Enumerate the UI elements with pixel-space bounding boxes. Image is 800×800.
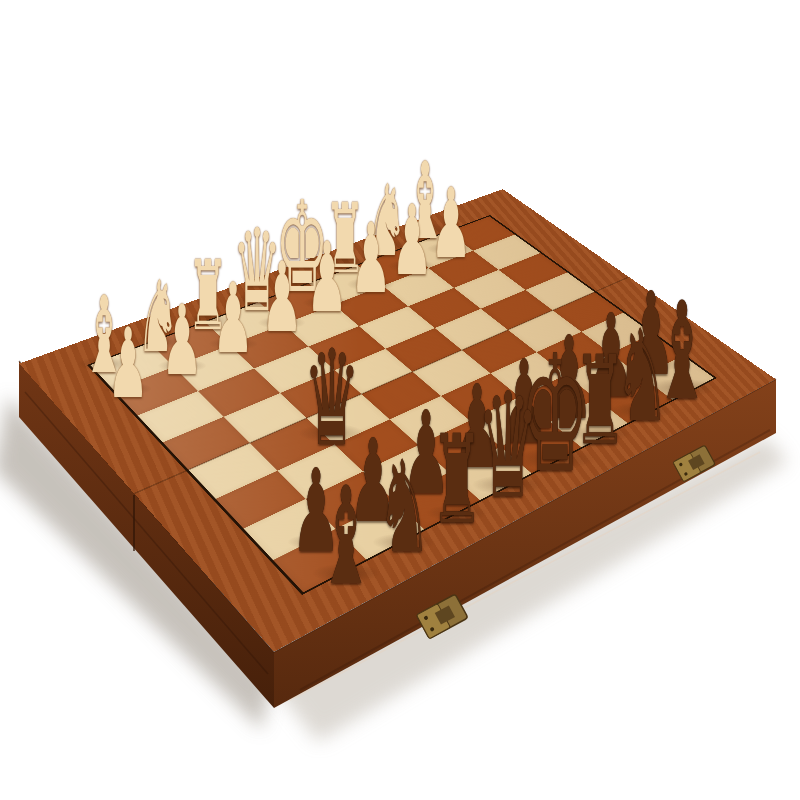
pieces-layer: ♝♞♜♛♚♜♞♝♟♟♟♟♟♟♟♟♛♟♟♟♟♟♟♟♟♝♞♜♛♚♜♞♝ bbox=[0, 0, 800, 800]
piece-light-pawn: ♟ bbox=[350, 210, 392, 307]
piece-dark-rook: ♜ bbox=[431, 419, 484, 541]
piece-light-pawn: ♟ bbox=[261, 249, 303, 346]
piece-dark-queen: ♛ bbox=[476, 373, 538, 518]
piece-light-pawn: ♟ bbox=[430, 175, 472, 272]
piece-light-pawn: ♟ bbox=[307, 229, 349, 326]
piece-dark-knight: ♞ bbox=[376, 444, 431, 571]
piece-light-pawn: ♟ bbox=[161, 292, 203, 389]
piece-light-pawn: ♟ bbox=[212, 270, 254, 367]
piece-dark-bishop: ♝ bbox=[317, 469, 375, 604]
product-photo-scene: ♝♞♜♛♚♜♞♝♟♟♟♟♟♟♟♟♛♟♟♟♟♟♟♟♟♝♞♜♛♚♜♞♝ bbox=[0, 0, 800, 800]
piece-light-pawn: ♟ bbox=[391, 192, 433, 289]
piece-light-pawn: ♟ bbox=[107, 315, 149, 412]
